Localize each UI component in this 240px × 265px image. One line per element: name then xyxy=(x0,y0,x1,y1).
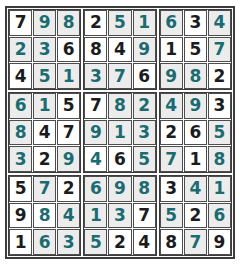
cell-digit: 1 xyxy=(138,14,150,31)
cell-digit: 8 xyxy=(90,41,102,58)
cell-r5c1[interactable]: 8 xyxy=(9,120,32,146)
cell-digit: 2 xyxy=(39,151,51,168)
cell-digit: 4 xyxy=(63,207,75,224)
cell-r4c3[interactable]: 5 xyxy=(57,93,80,119)
cell-digit: 5 xyxy=(15,180,27,197)
cell-r4c1[interactable]: 6 xyxy=(9,93,32,119)
cell-r5c4[interactable]: 9 xyxy=(84,120,107,146)
cell-r3c1[interactable]: 4 xyxy=(9,63,32,89)
cell-digit: 8 xyxy=(39,207,51,224)
cell-r5c3[interactable]: 7 xyxy=(57,120,80,146)
cell-r8c3[interactable]: 4 xyxy=(57,203,80,229)
cell-r7c1[interactable]: 5 xyxy=(9,176,32,202)
cell-digit: 6 xyxy=(114,151,126,168)
cell-r4c2[interactable]: 1 xyxy=(33,93,56,119)
cell-digit: 4 xyxy=(189,180,201,197)
sudoku-box-1: 798236451 xyxy=(8,9,81,90)
cell-digit: 7 xyxy=(63,124,75,141)
cell-digit: 7 xyxy=(90,97,102,114)
cell-digit: 7 xyxy=(39,180,51,197)
cell-r1c9[interactable]: 4 xyxy=(208,10,231,36)
cell-digit: 1 xyxy=(114,124,126,141)
cell-digit: 2 xyxy=(15,41,27,58)
cell-r7c7[interactable]: 3 xyxy=(160,176,183,202)
cell-digit: 4 xyxy=(114,41,126,58)
cell-digit: 8 xyxy=(189,68,201,85)
cell-r5c8[interactable]: 6 xyxy=(184,120,207,146)
cell-r2c4[interactable]: 8 xyxy=(84,37,107,63)
cell-digit: 9 xyxy=(165,68,177,85)
cell-r8c7[interactable]: 5 xyxy=(160,203,183,229)
cell-r4c8[interactable]: 9 xyxy=(184,93,207,119)
cell-r3c3[interactable]: 1 xyxy=(57,63,80,89)
cell-r6c5[interactable]: 6 xyxy=(108,146,131,172)
cell-r3c9[interactable]: 2 xyxy=(208,63,231,89)
cell-digit: 3 xyxy=(90,68,102,85)
cell-r6c6[interactable]: 5 xyxy=(133,146,156,172)
cell-digit: 3 xyxy=(39,41,51,58)
cell-digit: 6 xyxy=(165,14,177,31)
cell-digit: 6 xyxy=(90,180,102,197)
cell-r9c1[interactable]: 1 xyxy=(9,229,32,255)
cell-r8c8[interactable]: 2 xyxy=(184,203,207,229)
cell-r7c5[interactable]: 9 xyxy=(108,176,131,202)
cell-r2c9[interactable]: 7 xyxy=(208,37,231,63)
cell-r4c7[interactable]: 4 xyxy=(160,93,183,119)
cell-r8c6[interactable]: 7 xyxy=(133,203,156,229)
cell-r3c8[interactable]: 8 xyxy=(184,63,207,89)
cell-digit: 9 xyxy=(39,14,51,31)
cell-digit: 9 xyxy=(138,41,150,58)
cell-digit: 2 xyxy=(165,124,177,141)
cell-r7c6[interactable]: 8 xyxy=(133,176,156,202)
cell-r6c2[interactable]: 2 xyxy=(33,146,56,172)
cell-digit: 5 xyxy=(214,124,226,141)
cell-digit: 9 xyxy=(214,234,226,251)
cell-r2c8[interactable]: 5 xyxy=(184,37,207,63)
cell-digit: 6 xyxy=(15,97,27,114)
cell-digit: 7 xyxy=(165,151,177,168)
cell-digit: 5 xyxy=(138,151,150,168)
cell-digit: 8 xyxy=(214,151,226,168)
cell-r9c2[interactable]: 6 xyxy=(33,229,56,255)
cell-digit: 9 xyxy=(63,151,75,168)
cell-r5c5[interactable]: 1 xyxy=(108,120,131,146)
cell-digit: 8 xyxy=(138,180,150,197)
cell-r8c2[interactable]: 8 xyxy=(33,203,56,229)
cell-digit: 2 xyxy=(114,234,126,251)
cell-digit: 1 xyxy=(39,97,51,114)
cell-digit: 4 xyxy=(165,97,177,114)
cell-digit: 7 xyxy=(138,207,150,224)
cell-r7c9[interactable]: 1 xyxy=(208,176,231,202)
cell-r5c2[interactable]: 4 xyxy=(33,120,56,146)
cell-digit: 4 xyxy=(39,124,51,141)
cell-digit: 6 xyxy=(138,68,150,85)
cell-digit: 6 xyxy=(189,124,201,141)
cell-digit: 2 xyxy=(63,180,75,197)
cell-r1c8[interactable]: 3 xyxy=(184,10,207,36)
cell-digit: 2 xyxy=(138,97,150,114)
cell-r2c6[interactable]: 9 xyxy=(133,37,156,63)
cell-digit: 8 xyxy=(15,124,27,141)
cell-r8c1[interactable]: 9 xyxy=(9,203,32,229)
cell-r2c5[interactable]: 4 xyxy=(108,37,131,63)
cell-r4c4[interactable]: 7 xyxy=(84,93,107,119)
cell-digit: 7 xyxy=(114,68,126,85)
cell-r9c8[interactable]: 7 xyxy=(184,229,207,255)
cell-r7c4[interactable]: 6 xyxy=(84,176,107,202)
cell-r9c7[interactable]: 8 xyxy=(160,229,183,255)
cell-digit: 3 xyxy=(165,180,177,197)
cell-r2c2[interactable]: 3 xyxy=(33,37,56,63)
cell-r4c9[interactable]: 3 xyxy=(208,93,231,119)
sudoku-board: 7982364512518493766341579826158473297829… xyxy=(5,6,235,259)
cell-digit: 9 xyxy=(114,180,126,197)
cell-digit: 5 xyxy=(63,97,75,114)
cell-r5c9[interactable]: 5 xyxy=(208,120,231,146)
cell-digit: 3 xyxy=(138,124,150,141)
cell-r7c8[interactable]: 4 xyxy=(184,176,207,202)
cell-r1c1[interactable]: 7 xyxy=(9,10,32,36)
cell-digit: 5 xyxy=(114,14,126,31)
sudoku-box-9: 341526879 xyxy=(159,175,232,256)
cell-r9c6[interactable]: 4 xyxy=(133,229,156,255)
sudoku-box-8: 698137524 xyxy=(83,175,156,256)
sudoku-box-2: 251849376 xyxy=(83,9,156,90)
cell-digit: 4 xyxy=(214,14,226,31)
cell-r8c5[interactable]: 3 xyxy=(108,203,131,229)
cell-digit: 1 xyxy=(63,68,75,85)
cell-digit: 8 xyxy=(63,14,75,31)
cell-r3c7[interactable]: 9 xyxy=(160,63,183,89)
cell-r6c8[interactable]: 1 xyxy=(184,146,207,172)
cell-digit: 8 xyxy=(165,234,177,251)
cell-r2c7[interactable]: 1 xyxy=(160,37,183,63)
cell-digit: 5 xyxy=(39,68,51,85)
cell-digit: 1 xyxy=(165,41,177,58)
cell-digit: 7 xyxy=(189,234,201,251)
cell-digit: 3 xyxy=(114,207,126,224)
cell-r6c1[interactable]: 3 xyxy=(9,146,32,172)
cell-digit: 9 xyxy=(90,124,102,141)
cell-r8c4[interactable]: 1 xyxy=(84,203,107,229)
cell-digit: 6 xyxy=(63,41,75,58)
cell-digit: 5 xyxy=(189,41,201,58)
cell-digit: 6 xyxy=(214,207,226,224)
cell-r4c5[interactable]: 8 xyxy=(108,93,131,119)
cell-digit: 2 xyxy=(189,207,201,224)
cell-digit: 3 xyxy=(15,151,27,168)
cell-r3c6[interactable]: 6 xyxy=(133,63,156,89)
cell-r9c5[interactable]: 2 xyxy=(108,229,131,255)
cell-r7c2[interactable]: 7 xyxy=(33,176,56,202)
cell-digit: 2 xyxy=(90,14,102,31)
cell-r7c3[interactable]: 2 xyxy=(57,176,80,202)
cell-r3c4[interactable]: 3 xyxy=(84,63,107,89)
cell-digit: 4 xyxy=(138,234,150,251)
cell-r6c9[interactable]: 8 xyxy=(208,146,231,172)
cell-r5c7[interactable]: 2 xyxy=(160,120,183,146)
sudoku-box-3: 634157982 xyxy=(159,9,232,90)
cell-r1c5[interactable]: 5 xyxy=(108,10,131,36)
cell-digit: 1 xyxy=(15,234,27,251)
cell-digit: 3 xyxy=(214,97,226,114)
cell-digit: 8 xyxy=(114,97,126,114)
cell-r4c6[interactable]: 2 xyxy=(133,93,156,119)
cell-digit: 1 xyxy=(90,207,102,224)
cell-r3c2[interactable]: 5 xyxy=(33,63,56,89)
cell-digit: 4 xyxy=(90,151,102,168)
cell-r1c6[interactable]: 1 xyxy=(133,10,156,36)
cell-r9c4[interactable]: 5 xyxy=(84,229,107,255)
cell-r6c3[interactable]: 9 xyxy=(57,146,80,172)
cell-digit: 4 xyxy=(15,68,27,85)
cell-r5c6[interactable]: 3 xyxy=(133,120,156,146)
cell-r2c1[interactable]: 2 xyxy=(9,37,32,63)
cell-r6c4[interactable]: 4 xyxy=(84,146,107,172)
cell-digit: 3 xyxy=(63,234,75,251)
cell-digit: 6 xyxy=(39,234,51,251)
sudoku-box-7: 572984163 xyxy=(8,175,81,256)
cell-digit: 7 xyxy=(15,14,27,31)
cell-digit: 5 xyxy=(90,234,102,251)
cell-digit: 1 xyxy=(189,151,201,168)
cell-r1c7[interactable]: 6 xyxy=(160,10,183,36)
cell-r3c5[interactable]: 7 xyxy=(108,63,131,89)
sudoku-box-6: 493265718 xyxy=(159,92,232,173)
cell-digit: 9 xyxy=(189,97,201,114)
cell-digit: 5 xyxy=(165,207,177,224)
cell-digit: 1 xyxy=(214,180,226,197)
cell-r9c3[interactable]: 3 xyxy=(57,229,80,255)
cell-digit: 2 xyxy=(214,68,226,85)
sudoku-box-4: 615847329 xyxy=(8,92,81,173)
cell-r2c3[interactable]: 6 xyxy=(57,37,80,63)
cell-r1c4[interactable]: 2 xyxy=(84,10,107,36)
cell-r1c3[interactable]: 8 xyxy=(57,10,80,36)
cell-digit: 7 xyxy=(214,41,226,58)
cell-r1c2[interactable]: 9 xyxy=(33,10,56,36)
cell-r8c9[interactable]: 6 xyxy=(208,203,231,229)
cell-digit: 3 xyxy=(189,14,201,31)
cell-digit: 9 xyxy=(15,207,27,224)
sudoku-box-5: 782913465 xyxy=(83,92,156,173)
cell-r6c7[interactable]: 7 xyxy=(160,146,183,172)
cell-r9c9[interactable]: 9 xyxy=(208,229,231,255)
